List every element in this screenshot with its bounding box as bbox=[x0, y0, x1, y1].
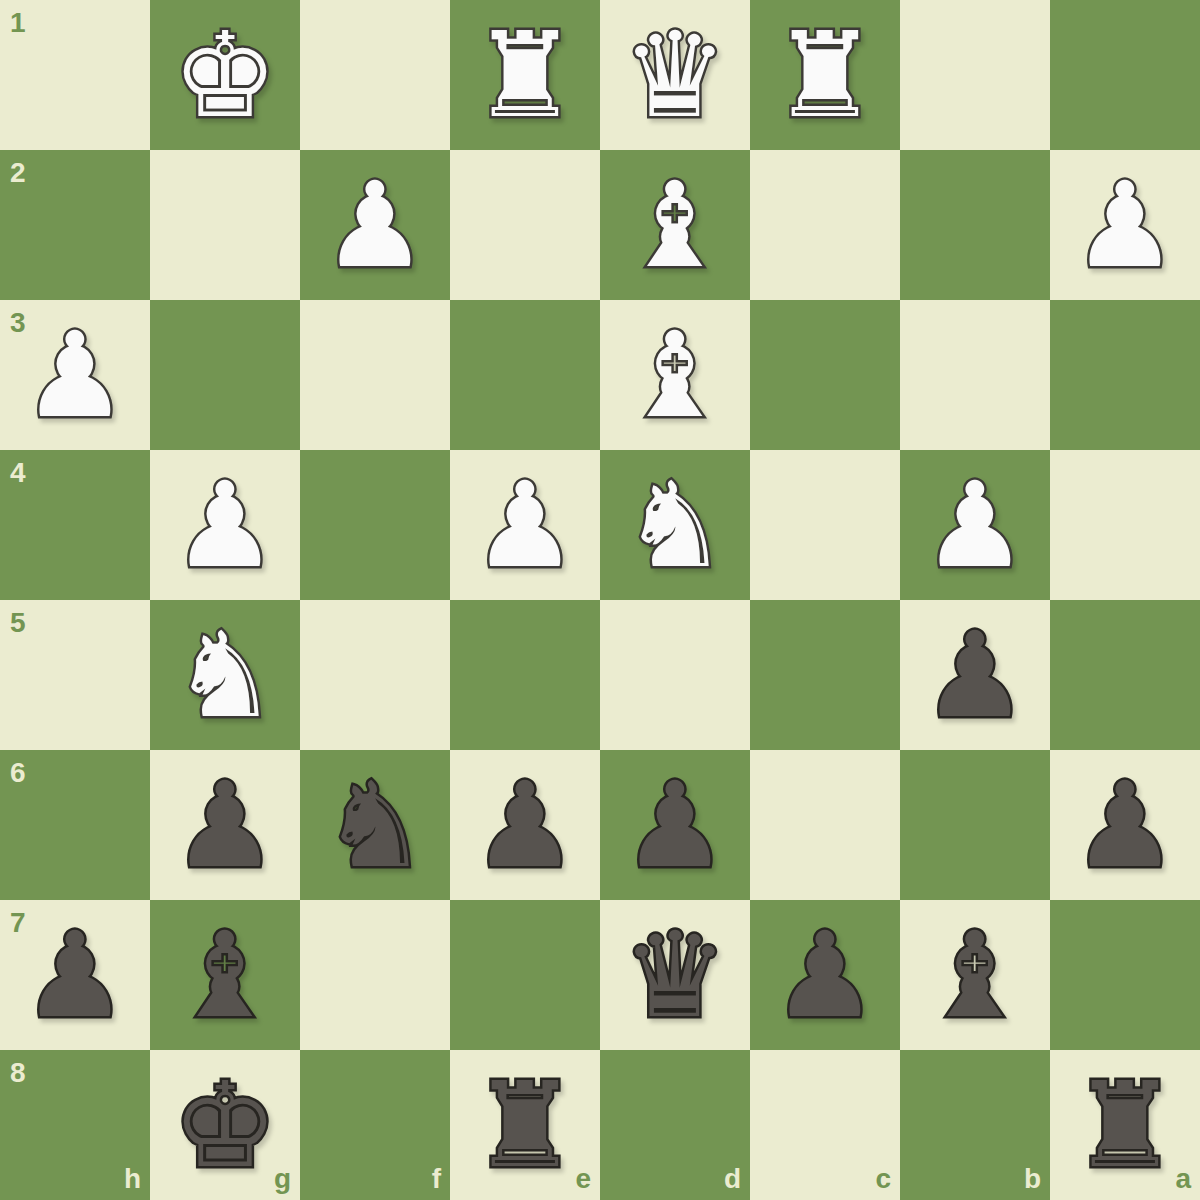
square-d5[interactable] bbox=[600, 600, 750, 750]
black-pawn[interactable]: ♟ bbox=[922, 600, 1028, 750]
square-f4[interactable] bbox=[300, 450, 450, 600]
square-d8[interactable]: d bbox=[600, 1050, 750, 1200]
square-d7[interactable]: ♛ bbox=[600, 900, 750, 1050]
square-d1[interactable]: ♛ bbox=[600, 0, 750, 150]
black-pawn[interactable]: ♟ bbox=[772, 900, 878, 1050]
white-pawn[interactable]: ♟ bbox=[172, 450, 278, 600]
square-a3[interactable] bbox=[1050, 300, 1200, 450]
square-h7[interactable]: 7♟ bbox=[0, 900, 150, 1050]
square-a6[interactable]: ♟ bbox=[1050, 750, 1200, 900]
white-rook[interactable]: ♜ bbox=[472, 0, 578, 150]
square-f6[interactable]: ♞ bbox=[300, 750, 450, 900]
square-g3[interactable] bbox=[150, 300, 300, 450]
square-f1[interactable] bbox=[300, 0, 450, 150]
white-pawn[interactable]: ♟ bbox=[472, 450, 578, 600]
square-d3[interactable]: ♝ bbox=[600, 300, 750, 450]
square-g7[interactable]: ♝ bbox=[150, 900, 300, 1050]
square-f7[interactable] bbox=[300, 900, 450, 1050]
white-pawn[interactable]: ♟ bbox=[322, 150, 428, 300]
square-b5[interactable]: ♟ bbox=[900, 600, 1050, 750]
square-b7[interactable]: ♝ bbox=[900, 900, 1050, 1050]
white-knight[interactable]: ♞ bbox=[172, 600, 278, 750]
square-e1[interactable]: ♜ bbox=[450, 0, 600, 150]
square-e5[interactable] bbox=[450, 600, 600, 750]
rank-label-6: 6 bbox=[10, 759, 26, 787]
square-c3[interactable] bbox=[750, 300, 900, 450]
black-pawn[interactable]: ♟ bbox=[22, 900, 128, 1050]
square-f8[interactable]: f bbox=[300, 1050, 450, 1200]
chess-board: 1♚♜♛♜2♟♝♟3♟♝4♟♟♞♟5♞♟6♟♞♟♟♟7♟♝♛♟♝8hg♚fe♜d… bbox=[0, 0, 1200, 1200]
white-king[interactable]: ♚ bbox=[172, 0, 278, 150]
square-b3[interactable] bbox=[900, 300, 1050, 450]
black-pawn[interactable]: ♟ bbox=[472, 750, 578, 900]
black-rook[interactable]: ♜ bbox=[472, 1050, 578, 1200]
rank-label-1: 1 bbox=[10, 9, 26, 37]
square-a1[interactable] bbox=[1050, 0, 1200, 150]
square-f3[interactable] bbox=[300, 300, 450, 450]
black-knight[interactable]: ♞ bbox=[322, 750, 428, 900]
square-e2[interactable] bbox=[450, 150, 600, 300]
square-h5[interactable]: 5 bbox=[0, 600, 150, 750]
white-bishop[interactable]: ♝ bbox=[622, 300, 728, 450]
square-c2[interactable] bbox=[750, 150, 900, 300]
square-g5[interactable]: ♞ bbox=[150, 600, 300, 750]
file-label-f: f bbox=[432, 1165, 441, 1193]
white-pawn[interactable]: ♟ bbox=[22, 300, 128, 450]
square-b1[interactable] bbox=[900, 0, 1050, 150]
square-h8[interactable]: 8h bbox=[0, 1050, 150, 1200]
rank-label-5: 5 bbox=[10, 609, 26, 637]
square-a2[interactable]: ♟ bbox=[1050, 150, 1200, 300]
black-bishop[interactable]: ♝ bbox=[922, 900, 1028, 1050]
black-king[interactable]: ♚ bbox=[172, 1050, 278, 1200]
white-queen[interactable]: ♛ bbox=[622, 0, 728, 150]
square-c8[interactable]: c bbox=[750, 1050, 900, 1200]
square-g4[interactable]: ♟ bbox=[150, 450, 300, 600]
file-label-c: c bbox=[875, 1165, 891, 1193]
black-queen[interactable]: ♛ bbox=[622, 900, 728, 1050]
black-pawn[interactable]: ♟ bbox=[622, 750, 728, 900]
square-c1[interactable]: ♜ bbox=[750, 0, 900, 150]
black-pawn[interactable]: ♟ bbox=[1072, 750, 1178, 900]
square-c5[interactable] bbox=[750, 600, 900, 750]
square-g1[interactable]: ♚ bbox=[150, 0, 300, 150]
square-b4[interactable]: ♟ bbox=[900, 450, 1050, 600]
white-rook[interactable]: ♜ bbox=[772, 0, 878, 150]
square-f2[interactable]: ♟ bbox=[300, 150, 450, 300]
white-pawn[interactable]: ♟ bbox=[922, 450, 1028, 600]
square-h2[interactable]: 2 bbox=[0, 150, 150, 300]
square-a4[interactable] bbox=[1050, 450, 1200, 600]
file-label-h: h bbox=[124, 1165, 141, 1193]
square-d6[interactable]: ♟ bbox=[600, 750, 750, 900]
square-e6[interactable]: ♟ bbox=[450, 750, 600, 900]
square-a7[interactable] bbox=[1050, 900, 1200, 1050]
square-c4[interactable] bbox=[750, 450, 900, 600]
white-pawn[interactable]: ♟ bbox=[1072, 150, 1178, 300]
square-g8[interactable]: g♚ bbox=[150, 1050, 300, 1200]
square-b2[interactable] bbox=[900, 150, 1050, 300]
square-g2[interactable] bbox=[150, 150, 300, 300]
square-a8[interactable]: a♜ bbox=[1050, 1050, 1200, 1200]
square-b8[interactable]: b bbox=[900, 1050, 1050, 1200]
square-g6[interactable]: ♟ bbox=[150, 750, 300, 900]
square-e7[interactable] bbox=[450, 900, 600, 1050]
square-h1[interactable]: 1 bbox=[0, 0, 150, 150]
square-h3[interactable]: 3♟ bbox=[0, 300, 150, 450]
square-c7[interactable]: ♟ bbox=[750, 900, 900, 1050]
square-e8[interactable]: e♜ bbox=[450, 1050, 600, 1200]
square-d2[interactable]: ♝ bbox=[600, 150, 750, 300]
white-knight[interactable]: ♞ bbox=[622, 450, 728, 600]
black-bishop[interactable]: ♝ bbox=[172, 900, 278, 1050]
square-e4[interactable]: ♟ bbox=[450, 450, 600, 600]
square-h6[interactable]: 6 bbox=[0, 750, 150, 900]
square-a5[interactable] bbox=[1050, 600, 1200, 750]
square-c6[interactable] bbox=[750, 750, 900, 900]
black-rook[interactable]: ♜ bbox=[1072, 1050, 1178, 1200]
file-label-d: d bbox=[724, 1165, 741, 1193]
square-f5[interactable] bbox=[300, 600, 450, 750]
square-d4[interactable]: ♞ bbox=[600, 450, 750, 600]
rank-label-8: 8 bbox=[10, 1059, 26, 1087]
file-label-b: b bbox=[1024, 1165, 1041, 1193]
square-e3[interactable] bbox=[450, 300, 600, 450]
square-h4[interactable]: 4 bbox=[0, 450, 150, 600]
black-pawn[interactable]: ♟ bbox=[172, 750, 278, 900]
white-bishop[interactable]: ♝ bbox=[622, 150, 728, 300]
square-b6[interactable] bbox=[900, 750, 1050, 900]
rank-label-4: 4 bbox=[10, 459, 26, 487]
rank-label-2: 2 bbox=[10, 159, 26, 187]
